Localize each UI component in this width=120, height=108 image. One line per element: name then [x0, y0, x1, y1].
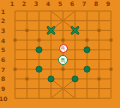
- col-label: 6: [67, 0, 77, 7]
- col-label: 5: [55, 0, 65, 7]
- row-label: 1: [0, 8, 7, 15]
- point-marker: [62, 68, 65, 71]
- board-grid: [0, 0, 120, 108]
- point-marker: [14, 68, 17, 71]
- point-marker: [26, 29, 29, 32]
- point-marker: [86, 39, 89, 42]
- row-label: 6: [0, 56, 7, 63]
- point-marker: [62, 39, 65, 42]
- move-hint-dot[interactable]: [72, 76, 78, 82]
- move-hint-dot[interactable]: [36, 66, 42, 72]
- row-label: 4: [0, 37, 7, 44]
- point-marker: [110, 39, 113, 42]
- row-label: 9: [0, 85, 7, 92]
- col-label: 1: [7, 0, 17, 7]
- point-marker: [14, 39, 17, 42]
- col-label: 3: [31, 0, 41, 7]
- point-marker: [26, 77, 29, 80]
- col-label: 8: [91, 0, 101, 7]
- col-label: 7: [79, 0, 89, 7]
- xiangqi-board[interactable]: 12345678912345678910兵馬: [0, 0, 120, 108]
- move-hint-dot[interactable]: [84, 66, 90, 72]
- row-label: 8: [0, 75, 7, 82]
- point-marker: [38, 39, 41, 42]
- move-hint-dot[interactable]: [84, 47, 90, 53]
- col-label: 4: [43, 0, 53, 7]
- col-label: 2: [19, 0, 29, 7]
- row-label: 10: [0, 95, 7, 102]
- row-label: 3: [0, 27, 7, 34]
- move-hint-dot[interactable]: [36, 47, 42, 53]
- move-hint-dot[interactable]: [48, 76, 54, 82]
- green-horse[interactable]: 馬: [58, 55, 68, 65]
- row-label: 2: [0, 17, 7, 24]
- row-label: 5: [0, 46, 7, 53]
- green-piece-glyph: 馬: [61, 57, 66, 62]
- point-marker: [98, 29, 101, 32]
- point-marker: [110, 68, 113, 71]
- red-piece-glyph: 兵: [61, 45, 66, 50]
- row-label: 7: [0, 66, 7, 73]
- red-soldier[interactable]: 兵: [59, 44, 68, 53]
- point-marker: [98, 77, 101, 80]
- col-label: 9: [103, 0, 113, 7]
